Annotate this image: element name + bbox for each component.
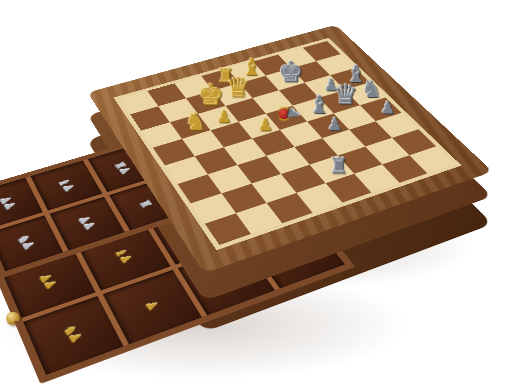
- piece-silver-rook: ♜: [329, 156, 349, 178]
- stored-gold-pieces: ♞♟: [60, 323, 85, 344]
- stored-silver-pieces: ♟♟: [75, 214, 98, 231]
- piece-gold-knight: ♞: [184, 110, 206, 134]
- piece-silver-pawn-fallen: ♟: [278, 107, 300, 122]
- stored-gold-pieces: ♟: [142, 299, 161, 312]
- stored-silver-pieces: ♜♟: [111, 160, 133, 175]
- stored-gold-pieces: ♝♟: [111, 247, 134, 265]
- stored-silver-pieces: ♟♟: [0, 194, 18, 211]
- piece-gold-queen: ♛: [226, 75, 250, 102]
- piece-silver-pawn: ♟: [380, 100, 395, 117]
- stored-silver-pieces: ♞♟: [14, 233, 37, 251]
- piece-silver-king: ♚: [278, 58, 303, 86]
- piece-silver-queen: ♛: [333, 82, 357, 109]
- square-h1: [409, 146, 454, 173]
- chess-set-photo: ♟♟♝♟♜♟♟♟♞♟♟♜♛ ♟♟♝♟♜♟♟♞♟♟♟♜♝ ♜♝♚♛♚♞♟♟♝♟♟♝…: [0, 0, 520, 390]
- stored-silver-pieces: ♝♟: [55, 177, 77, 193]
- stored-gold-pieces: ♟♟: [36, 271, 60, 290]
- piece-silver-knight: ♞: [361, 78, 382, 101]
- piece-silver-pawn: ♟: [327, 116, 342, 133]
- piece-gold-pawn: ♟: [257, 117, 272, 134]
- stored-silver-pieces: ♜: [136, 198, 154, 209]
- square-h8: [303, 41, 341, 61]
- drawer-knob-icon: [6, 312, 20, 326]
- chess-case: ♟♟♝♟♜♟♟♟♞♟♟♜♛ ♟♟♝♟♜♟♟♞♟♟♟♜♝ ♜♝♚♛♚♞♟♟♝♟♟♝…: [87, 25, 492, 274]
- piece-gold-pawn: ♟: [216, 109, 231, 126]
- piece-gold-king: ♚: [198, 81, 224, 110]
